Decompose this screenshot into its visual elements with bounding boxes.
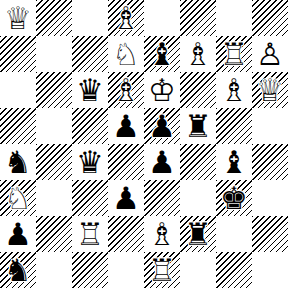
square-c3[interactable] <box>72 180 108 216</box>
black-pawn-glyph: ♟ <box>108 108 144 144</box>
square-e5[interactable]: ♟♟ <box>144 108 180 144</box>
chess-piece-white-rook[interactable]: ♜♖ <box>216 36 252 72</box>
black-queen-glyph: ♛ <box>72 144 108 180</box>
square-h6[interactable]: ♛♕ <box>252 72 288 108</box>
square-f6[interactable] <box>180 72 216 108</box>
black-queen-glyph: ♛ <box>72 72 108 108</box>
white-rook-glyph: ♖ <box>72 216 108 252</box>
square-d3[interactable]: ♟♟ <box>108 180 144 216</box>
square-b7[interactable] <box>36 36 72 72</box>
chess-piece-black-pawn[interactable]: ♟♟ <box>108 180 144 216</box>
chess-piece-white-king[interactable]: ♚♔ <box>144 72 180 108</box>
chess-piece-white-queen[interactable]: ♛♕ <box>0 0 36 36</box>
square-a2[interactable]: ♟♟ <box>0 216 36 252</box>
square-g3[interactable]: ♚♚ <box>216 180 252 216</box>
square-a4[interactable]: ♞♞ <box>0 144 36 180</box>
square-b2[interactable] <box>36 216 72 252</box>
white-rook-glyph: ♖ <box>216 36 252 72</box>
chess-board: ♛♕♝♗♞♘♝♝♝♗♜♖♟♙♛♛♝♗♚♔♝♗♛♕♟♟♟♟♜♜♞♞♛♛♟♟♝♝♞♘… <box>0 0 288 288</box>
black-pawn-glyph: ♟ <box>144 108 180 144</box>
square-f5[interactable]: ♜♜ <box>180 108 216 144</box>
black-rook-glyph: ♜ <box>180 216 216 252</box>
square-f4[interactable] <box>180 144 216 180</box>
chess-piece-white-knight[interactable]: ♞♘ <box>0 180 36 216</box>
chess-piece-white-bishop[interactable]: ♝♗ <box>144 216 180 252</box>
black-rook-glyph: ♜ <box>180 108 216 144</box>
square-g2[interactable] <box>216 216 252 252</box>
chess-piece-white-bishop[interactable]: ♝♗ <box>108 72 144 108</box>
square-b6[interactable] <box>36 72 72 108</box>
square-h4[interactable] <box>252 144 288 180</box>
square-b5[interactable] <box>36 108 72 144</box>
black-bishop-glyph: ♝ <box>144 36 180 72</box>
square-d8[interactable]: ♝♗ <box>108 0 144 36</box>
square-e8[interactable] <box>144 0 180 36</box>
chess-piece-white-rook[interactable]: ♜♖ <box>72 216 108 252</box>
white-bishop-glyph: ♗ <box>144 216 180 252</box>
square-e6[interactable]: ♚♔ <box>144 72 180 108</box>
chess-piece-black-pawn[interactable]: ♟♟ <box>108 108 144 144</box>
square-g5[interactable] <box>216 108 252 144</box>
square-h7[interactable]: ♟♙ <box>252 36 288 72</box>
chess-piece-white-bishop[interactable]: ♝♗ <box>180 36 216 72</box>
white-bishop-glyph: ♗ <box>180 36 216 72</box>
chess-piece-black-king[interactable]: ♚♚ <box>216 180 252 216</box>
black-bishop-glyph: ♝ <box>216 144 252 180</box>
square-h1[interactable] <box>252 252 288 288</box>
square-f8[interactable] <box>180 0 216 36</box>
square-b4[interactable] <box>36 144 72 180</box>
chess-piece-white-queen[interactable]: ♛♕ <box>252 72 288 108</box>
white-bishop-glyph: ♗ <box>108 72 144 108</box>
square-h2[interactable] <box>252 216 288 252</box>
square-e2[interactable]: ♝♗ <box>144 216 180 252</box>
chess-piece-black-queen[interactable]: ♛♛ <box>72 72 108 108</box>
chess-piece-black-pawn[interactable]: ♟♟ <box>0 216 36 252</box>
square-b1[interactable] <box>36 252 72 288</box>
square-h3[interactable] <box>252 180 288 216</box>
square-c2[interactable]: ♜♖ <box>72 216 108 252</box>
white-bishop-glyph: ♗ <box>108 0 144 36</box>
square-c8[interactable] <box>72 0 108 36</box>
square-e3[interactable] <box>144 180 180 216</box>
chess-piece-black-pawn[interactable]: ♟♟ <box>144 108 180 144</box>
square-a8[interactable]: ♛♕ <box>0 0 36 36</box>
chess-piece-black-bishop[interactable]: ♝♝ <box>216 144 252 180</box>
white-king-glyph: ♔ <box>144 72 180 108</box>
square-g6[interactable]: ♝♗ <box>216 72 252 108</box>
square-a1[interactable]: ♞♞ <box>0 252 36 288</box>
square-d5[interactable]: ♟♟ <box>108 108 144 144</box>
square-e7[interactable]: ♝♝ <box>144 36 180 72</box>
black-king-glyph: ♚ <box>216 180 252 216</box>
white-queen-glyph: ♕ <box>0 0 36 36</box>
chess-piece-black-knight[interactable]: ♞♞ <box>0 144 36 180</box>
square-a6[interactable] <box>0 72 36 108</box>
chess-piece-black-bishop[interactable]: ♝♝ <box>144 36 180 72</box>
square-e1[interactable]: ♜♖ <box>144 252 180 288</box>
square-d7[interactable]: ♞♘ <box>108 36 144 72</box>
square-a5[interactable] <box>0 108 36 144</box>
square-e4[interactable]: ♟♟ <box>144 144 180 180</box>
square-f3[interactable] <box>180 180 216 216</box>
white-queen-glyph: ♕ <box>252 72 288 108</box>
square-g1[interactable] <box>216 252 252 288</box>
chess-piece-black-pawn[interactable]: ♟♟ <box>144 144 180 180</box>
square-c6[interactable]: ♛♛ <box>72 72 108 108</box>
white-pawn-glyph: ♙ <box>252 36 288 72</box>
square-h8[interactable] <box>252 0 288 36</box>
square-f7[interactable]: ♝♗ <box>180 36 216 72</box>
white-rook-glyph: ♖ <box>144 252 180 288</box>
black-knight-glyph: ♞ <box>0 252 36 288</box>
chess-piece-white-bishop[interactable]: ♝♗ <box>108 0 144 36</box>
chess-piece-white-bishop[interactable]: ♝♗ <box>216 72 252 108</box>
square-d6[interactable]: ♝♗ <box>108 72 144 108</box>
square-c4[interactable]: ♛♛ <box>72 144 108 180</box>
black-pawn-glyph: ♟ <box>0 216 36 252</box>
square-c5[interactable] <box>72 108 108 144</box>
square-d2[interactable] <box>108 216 144 252</box>
chess-piece-black-rook[interactable]: ♜♜ <box>180 108 216 144</box>
black-knight-glyph: ♞ <box>0 144 36 180</box>
square-a3[interactable]: ♞♘ <box>0 180 36 216</box>
chess-piece-black-rook[interactable]: ♜♜ <box>180 216 216 252</box>
square-d1[interactable] <box>108 252 144 288</box>
square-b3[interactable] <box>36 180 72 216</box>
square-b8[interactable] <box>36 0 72 36</box>
square-f1[interactable] <box>180 252 216 288</box>
chess-piece-black-queen[interactable]: ♛♛ <box>72 144 108 180</box>
square-a7[interactable] <box>0 36 36 72</box>
square-g8[interactable] <box>216 0 252 36</box>
black-pawn-glyph: ♟ <box>144 144 180 180</box>
square-c7[interactable] <box>72 36 108 72</box>
white-knight-glyph: ♘ <box>108 36 144 72</box>
square-c1[interactable] <box>72 252 108 288</box>
chess-piece-white-rook[interactable]: ♜♖ <box>144 252 180 288</box>
white-bishop-glyph: ♗ <box>216 72 252 108</box>
square-f2[interactable]: ♜♜ <box>180 216 216 252</box>
square-h5[interactable] <box>252 108 288 144</box>
square-g7[interactable]: ♜♖ <box>216 36 252 72</box>
square-g4[interactable]: ♝♝ <box>216 144 252 180</box>
chess-piece-white-knight[interactable]: ♞♘ <box>108 36 144 72</box>
chess-piece-white-pawn[interactable]: ♟♙ <box>252 36 288 72</box>
white-knight-glyph: ♘ <box>0 180 36 216</box>
square-d4[interactable] <box>108 144 144 180</box>
black-pawn-glyph: ♟ <box>108 180 144 216</box>
chess-piece-black-knight[interactable]: ♞♞ <box>0 252 36 288</box>
